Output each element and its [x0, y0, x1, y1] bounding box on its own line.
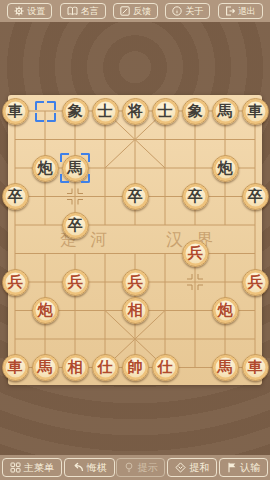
draw-diamond-icon: [175, 462, 186, 473]
piece-red-cannon-left[interactable]: 炮: [32, 297, 59, 324]
undo-arrow-icon: [72, 462, 84, 473]
undo-move-button[interactable]: 悔棋: [64, 458, 115, 477]
undo-move-label: 悔棋: [87, 463, 107, 473]
pencil-square-icon: [120, 6, 130, 16]
top-bar: 设置 名言 反馈 关于: [0, 0, 270, 22]
about-button[interactable]: 关于: [165, 3, 210, 19]
piece-red-cannon-right[interactable]: 炮: [212, 297, 239, 324]
piece-black-advisor-left[interactable]: 士: [92, 98, 119, 125]
offer-draw-label: 提和: [189, 463, 209, 473]
hint-label: 提示: [137, 463, 157, 473]
piece-red-soldier-7-advanced[interactable]: 兵: [182, 240, 209, 267]
piece-black-advisor-right[interactable]: 士: [152, 98, 179, 125]
book-icon: [67, 6, 78, 16]
piece-red-advisor-right[interactable]: 仕: [152, 354, 179, 381]
piece-red-elephant-left[interactable]: 相: [62, 354, 89, 381]
offer-draw-button[interactable]: 提和: [167, 458, 217, 477]
piece-red-soldier-9[interactable]: 兵: [242, 269, 269, 296]
piece-red-soldier-5[interactable]: 兵: [122, 269, 149, 296]
exit-arrow-icon: [225, 6, 235, 16]
resign-button[interactable]: 认输: [219, 458, 268, 477]
piece-black-chariot-left[interactable]: 車: [2, 98, 29, 125]
exit-label: 退出: [238, 7, 256, 16]
about-label: 关于: [185, 7, 203, 16]
piece-black-elephant-left[interactable]: 象: [62, 98, 89, 125]
resign-label: 认输: [240, 463, 260, 473]
piece-black-cannon-left[interactable]: 炮: [32, 155, 59, 182]
main-menu-button[interactable]: 主菜单: [2, 458, 62, 477]
piece-black-cannon-right[interactable]: 炮: [212, 155, 239, 182]
feedback-button[interactable]: 反馈: [113, 3, 158, 19]
piece-black-soldier-3-advanced[interactable]: 卒: [62, 212, 89, 239]
game-screen: 设置 名言 反馈 关于: [0, 0, 270, 480]
about-circle-icon: [172, 6, 182, 16]
piece-red-advisor-left[interactable]: 仕: [92, 354, 119, 381]
piece-black-horse-right[interactable]: 馬: [212, 98, 239, 125]
piece-red-horse-left[interactable]: 馬: [32, 354, 59, 381]
bottom-bar: 主菜单 悔棋 提示 提和: [0, 455, 270, 480]
settings-button[interactable]: 设置: [7, 3, 52, 19]
piece-black-soldier-9[interactable]: 卒: [242, 183, 269, 210]
quotes-label: 名言: [81, 7, 99, 16]
piece-red-chariot-left[interactable]: 車: [2, 354, 29, 381]
piece-black-chariot-right[interactable]: 車: [242, 98, 269, 125]
piece-red-elephant-center[interactable]: 相: [122, 297, 149, 324]
piece-black-soldier-7[interactable]: 卒: [182, 183, 209, 210]
hint-button[interactable]: 提示: [116, 458, 165, 477]
piece-red-soldier-1[interactable]: 兵: [2, 269, 29, 296]
exit-button[interactable]: 退出: [218, 3, 263, 19]
quotes-button[interactable]: 名言: [60, 3, 106, 19]
settings-label: 设置: [27, 7, 45, 16]
menu-grid-icon: [10, 462, 21, 473]
resign-flag-icon: [227, 462, 237, 473]
piece-red-horse-right[interactable]: 馬: [212, 354, 239, 381]
piece-black-horse-left-moved[interactable]: 馬: [62, 155, 89, 182]
gear-icon: [14, 6, 24, 16]
piece-black-soldier-5[interactable]: 卒: [122, 183, 149, 210]
piece-red-soldier-3[interactable]: 兵: [62, 269, 89, 296]
lightbulb-icon: [124, 462, 134, 473]
piece-red-general[interactable]: 帥: [122, 354, 149, 381]
piece-black-elephant-right[interactable]: 象: [182, 98, 209, 125]
board[interactable]: 楚河 汉界 車象士将士象馬車炮馬炮卒卒卒卒卒兵兵兵兵兵炮相炮車馬相仕帥仕馬車: [8, 95, 262, 385]
piece-black-soldier-1[interactable]: 卒: [2, 183, 29, 210]
piece-red-chariot-right[interactable]: 車: [242, 354, 269, 381]
board-grid: 楚河 汉界: [8, 95, 262, 385]
main-menu-label: 主菜单: [24, 463, 54, 473]
feedback-label: 反馈: [133, 7, 151, 16]
piece-black-general[interactable]: 将: [122, 98, 149, 125]
